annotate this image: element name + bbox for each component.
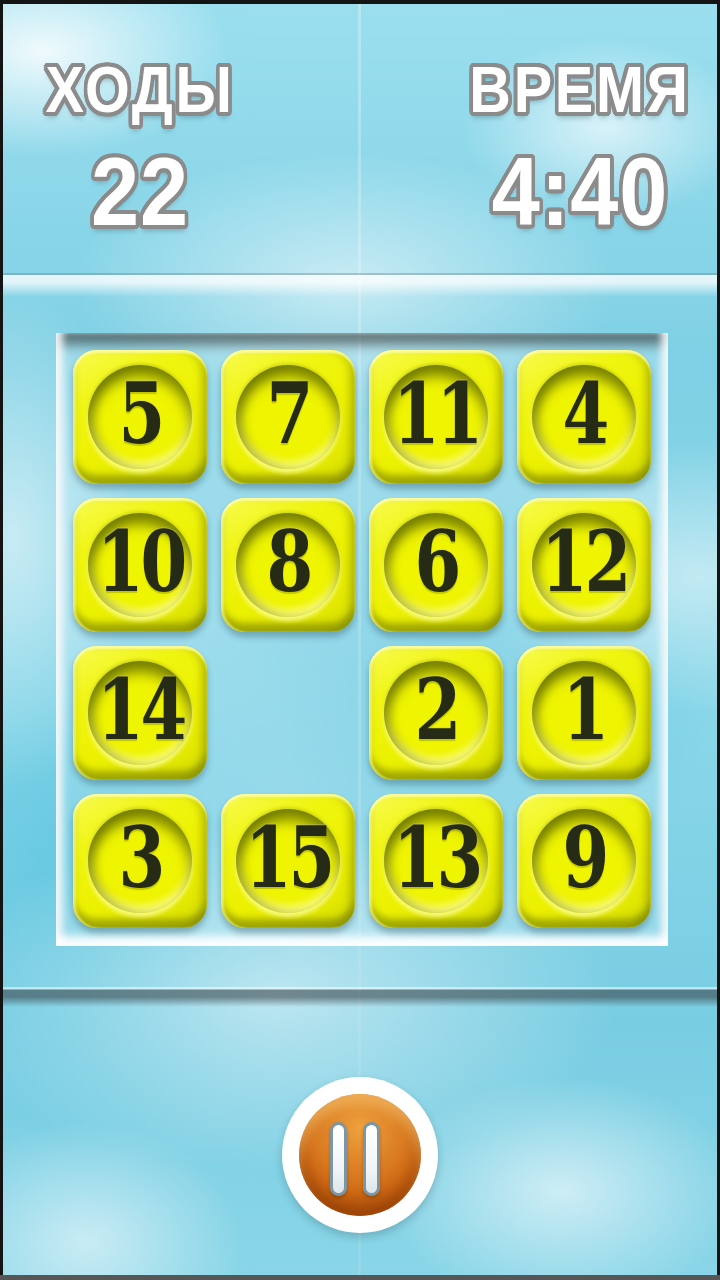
time-value: 4:40 — [465, 144, 695, 240]
tile-2[interactable]: 2 — [369, 646, 503, 780]
header-divider-ridge — [0, 273, 720, 297]
tile-number: 4 — [562, 372, 606, 462]
tile-number: 2 — [414, 668, 458, 758]
empty-cell — [221, 646, 355, 780]
tile-number: 5 — [118, 372, 162, 462]
tile-circle: 15 — [236, 809, 340, 913]
tile-number: 15 — [244, 816, 331, 906]
pause-icon — [330, 1122, 347, 1196]
tile-circle: 5 — [88, 365, 192, 469]
tile-13[interactable]: 13 — [369, 794, 503, 928]
tile-circle: 4 — [532, 365, 636, 469]
screen-edge-left — [0, 0, 3, 1280]
tile-15[interactable]: 15 — [221, 794, 355, 928]
tile-circle: 12 — [532, 513, 636, 617]
tile-number: 13 — [392, 816, 479, 906]
tile-12[interactable]: 12 — [517, 498, 651, 632]
tile-7[interactable]: 7 — [221, 350, 355, 484]
footer-divider-ridge — [0, 987, 720, 1007]
tile-8[interactable]: 8 — [221, 498, 355, 632]
screen-edge-bottom — [0, 1275, 720, 1280]
tile-11[interactable]: 11 — [369, 350, 503, 484]
tile-circle: 6 — [384, 513, 488, 617]
tile-number: 9 — [562, 816, 606, 906]
tile-circle: 13 — [384, 809, 488, 913]
tile-number: 14 — [96, 668, 183, 758]
tile-14[interactable]: 14 — [73, 646, 207, 780]
tile-6[interactable]: 6 — [369, 498, 503, 632]
pause-icon — [363, 1122, 380, 1196]
tile-10[interactable]: 10 — [73, 498, 207, 632]
tile-number: 10 — [96, 520, 183, 610]
tile-number: 1 — [562, 668, 606, 758]
tile-circle: 10 — [88, 513, 192, 617]
tile-circle: 14 — [88, 661, 192, 765]
tile-number: 11 — [392, 372, 479, 462]
moves-counter: ХОДЫ 22 — [30, 0, 250, 240]
tile-circle: 1 — [532, 661, 636, 765]
screen-edge-top — [0, 0, 720, 4]
tile-3[interactable]: 3 — [73, 794, 207, 928]
tile-circle: 9 — [532, 809, 636, 913]
pause-button-face — [299, 1094, 421, 1216]
tile-number: 12 — [540, 520, 627, 610]
moves-value: 22 — [41, 144, 239, 240]
tile-4[interactable]: 4 — [517, 350, 651, 484]
tile-1[interactable]: 1 — [517, 646, 651, 780]
moves-label: ХОДЫ — [41, 58, 239, 122]
pause-button[interactable] — [282, 1077, 438, 1233]
tile-5[interactable]: 5 — [73, 350, 207, 484]
puzzle-board: 571141086121421315139 — [56, 333, 668, 946]
tile-number: 8 — [266, 520, 310, 610]
board-frame: 571141086121421315139 — [56, 333, 668, 946]
tile-number: 3 — [118, 816, 162, 906]
tile-circle: 11 — [384, 365, 488, 469]
tile-9[interactable]: 9 — [517, 794, 651, 928]
tile-circle: 2 — [384, 661, 488, 765]
tile-circle: 3 — [88, 809, 192, 913]
tile-number: 6 — [414, 520, 458, 610]
tile-circle: 7 — [236, 365, 340, 469]
time-counter: ВРЕМЯ 4:40 — [452, 0, 708, 240]
tile-number: 7 — [266, 372, 310, 462]
time-label: ВРЕМЯ — [465, 58, 695, 122]
game-screen: ХОДЫ 22 ВРЕМЯ 4:40 571141086121421315139 — [0, 0, 720, 1280]
tile-circle: 8 — [236, 513, 340, 617]
